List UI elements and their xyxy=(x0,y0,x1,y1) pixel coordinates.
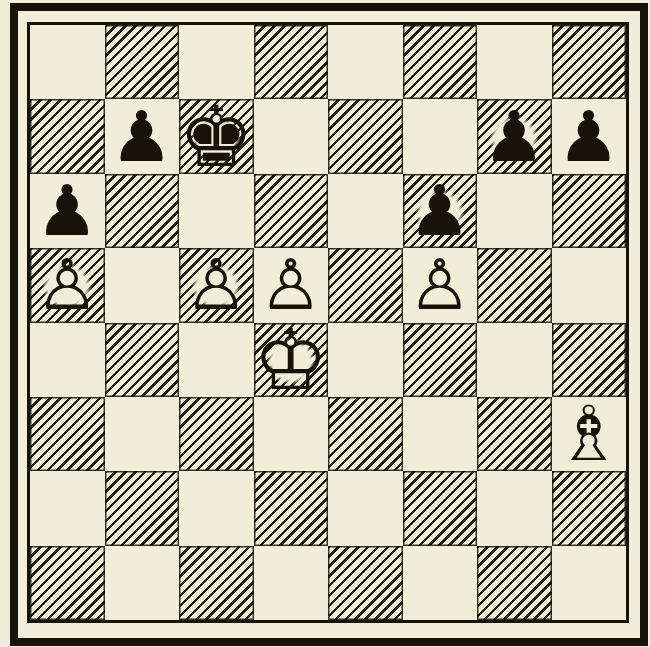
square-e4[interactable] xyxy=(328,323,403,397)
square-d2[interactable] xyxy=(254,471,329,545)
square-d7[interactable] xyxy=(254,99,329,173)
square-c5[interactable]: ♙ xyxy=(179,248,254,322)
black-king-c7[interactable]: ♚ xyxy=(182,102,250,172)
square-f5[interactable]: ♙ xyxy=(403,248,478,322)
square-f3[interactable] xyxy=(403,397,478,471)
white-bishop-h3[interactable]: ♗ xyxy=(555,399,623,469)
square-b3[interactable] xyxy=(105,397,180,471)
square-f7[interactable] xyxy=(403,99,478,173)
square-b5[interactable] xyxy=(105,248,180,322)
square-c4[interactable] xyxy=(179,323,254,397)
square-g7[interactable]: ♟ xyxy=(477,99,552,173)
square-e6[interactable] xyxy=(328,174,403,248)
square-d4[interactable]: ♔ xyxy=(254,323,329,397)
square-a2[interactable] xyxy=(30,471,105,545)
square-a6[interactable]: ♟ xyxy=(30,174,105,248)
square-f2[interactable] xyxy=(403,471,478,545)
square-g1[interactable] xyxy=(477,546,552,620)
square-h7[interactable]: ♟ xyxy=(552,99,627,173)
square-h1[interactable] xyxy=(552,546,627,620)
square-e3[interactable] xyxy=(328,397,403,471)
square-h5[interactable] xyxy=(552,248,627,322)
square-b7[interactable]: ♟ xyxy=(105,99,180,173)
square-e1[interactable] xyxy=(328,546,403,620)
square-a5[interactable]: ♙ xyxy=(30,248,105,322)
square-d1[interactable] xyxy=(254,546,329,620)
square-g3[interactable] xyxy=(477,397,552,471)
square-b4[interactable] xyxy=(105,323,180,397)
square-h2[interactable] xyxy=(552,471,627,545)
square-a4[interactable] xyxy=(30,323,105,397)
square-b1[interactable] xyxy=(105,546,180,620)
square-a7[interactable] xyxy=(30,99,105,173)
square-c2[interactable] xyxy=(179,471,254,545)
square-d3[interactable] xyxy=(254,397,329,471)
white-pawn-c5[interactable]: ♙ xyxy=(182,250,250,320)
chess-board: ♟♚♟♟♟♟♙♙♙♙♔♗ xyxy=(30,25,626,620)
square-g5[interactable] xyxy=(477,248,552,322)
black-pawn-f6[interactable]: ♟ xyxy=(406,176,474,246)
black-pawn-a6[interactable]: ♟ xyxy=(33,176,101,246)
square-h3[interactable]: ♗ xyxy=(552,397,627,471)
square-e7[interactable] xyxy=(328,99,403,173)
white-pawn-a5[interactable]: ♙ xyxy=(33,250,101,320)
square-a1[interactable] xyxy=(30,546,105,620)
square-f8[interactable] xyxy=(403,25,478,99)
board-border: ♟♚♟♟♟♟♙♙♙♙♔♗ xyxy=(27,22,629,623)
square-g6[interactable] xyxy=(477,174,552,248)
square-e8[interactable] xyxy=(328,25,403,99)
square-e5[interactable] xyxy=(328,248,403,322)
square-f1[interactable] xyxy=(403,546,478,620)
black-pawn-h7[interactable]: ♟ xyxy=(555,102,623,172)
square-g2[interactable] xyxy=(477,471,552,545)
square-c1[interactable] xyxy=(179,546,254,620)
square-c3[interactable] xyxy=(179,397,254,471)
white-king-d4[interactable]: ♔ xyxy=(257,325,325,395)
square-b6[interactable] xyxy=(105,174,180,248)
square-b2[interactable] xyxy=(105,471,180,545)
square-f4[interactable] xyxy=(403,323,478,397)
square-e2[interactable] xyxy=(328,471,403,545)
square-h8[interactable] xyxy=(552,25,627,99)
black-pawn-g7[interactable]: ♟ xyxy=(480,102,548,172)
black-pawn-b7[interactable]: ♟ xyxy=(108,102,176,172)
square-g8[interactable] xyxy=(477,25,552,99)
square-a8[interactable] xyxy=(30,25,105,99)
square-h4[interactable] xyxy=(552,323,627,397)
square-b8[interactable] xyxy=(105,25,180,99)
square-c6[interactable] xyxy=(179,174,254,248)
square-d8[interactable] xyxy=(254,25,329,99)
white-pawn-f5[interactable]: ♙ xyxy=(406,250,474,320)
square-a3[interactable] xyxy=(30,397,105,471)
square-g4[interactable] xyxy=(477,323,552,397)
square-c7[interactable]: ♚ xyxy=(179,99,254,173)
white-pawn-d5[interactable]: ♙ xyxy=(257,250,325,320)
square-d6[interactable] xyxy=(254,174,329,248)
page-root: { "game": "chess", "diagram_style": "vin… xyxy=(0,0,650,647)
square-h6[interactable] xyxy=(552,174,627,248)
square-f6[interactable]: ♟ xyxy=(403,174,478,248)
